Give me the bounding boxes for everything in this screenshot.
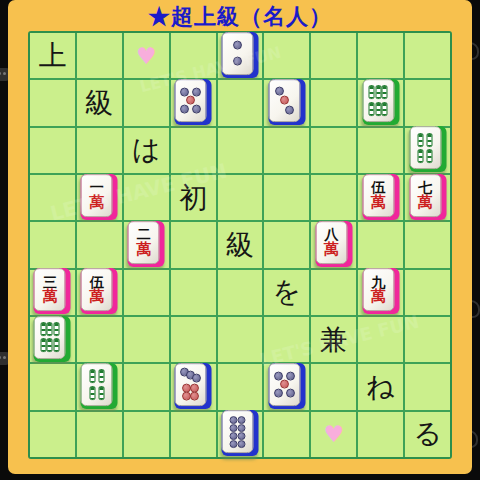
tile-face: 八萬 [315,221,347,264]
board-cell[interactable] [218,128,263,173]
board-cell[interactable] [30,364,75,409]
path-kanji: 兼 [311,317,356,362]
board-cell[interactable]: 初 [171,175,216,220]
mahjong-tile-4s[interactable] [81,363,118,409]
board-cell[interactable] [171,33,216,78]
board-cell[interactable] [311,33,356,78]
board-cell[interactable] [264,128,309,173]
board-cell[interactable]: る [405,412,450,457]
board-cell[interactable] [171,270,216,315]
board-cell[interactable] [171,222,216,267]
board-cell[interactable]: 九萬 [358,270,403,315]
board-cell[interactable] [358,33,403,78]
tile-face: 九萬 [362,268,394,311]
board-cell[interactable] [171,364,216,409]
puzzle-card: ★超上級（名人） 上♥級は一萬初伍萬七萬二萬級八萬三萬伍萬を九萬兼ね♥る LET… [8,0,472,474]
path-kanji: る [405,412,450,457]
mahjong-tile-6s[interactable] [362,79,399,125]
path-kanji: は [124,128,169,173]
tile-face: 一萬 [81,174,113,217]
mahjong-tile-8p[interactable] [221,410,258,456]
board-cell[interactable] [30,222,75,267]
board-cell[interactable]: 三萬 [30,270,75,315]
path-kanji: ね [358,364,403,409]
board-cell[interactable] [264,222,309,267]
board-cell[interactable]: 二萬 [124,222,169,267]
board-cell[interactable] [405,128,450,173]
board-cell[interactable] [124,317,169,362]
puzzle-title: ★超上級（名人） [8,2,472,32]
board-cell[interactable] [358,412,403,457]
board-cell[interactable] [405,80,450,125]
board-cell[interactable] [311,364,356,409]
board-cell[interactable] [77,364,122,409]
mahjong-tile-5m[interactable]: 伍萬 [81,268,118,314]
mahjong-tile-3p[interactable] [268,79,305,125]
board-cell[interactable]: ♥ [311,412,356,457]
board-cell[interactable]: 上 [30,33,75,78]
board-cell[interactable]: 兼 [311,317,356,362]
board-cell[interactable] [124,175,169,220]
board-cell[interactable]: 級 [77,80,122,125]
board-cell[interactable] [311,128,356,173]
board-cell[interactable] [358,128,403,173]
board-cell[interactable] [77,128,122,173]
board-cell[interactable] [218,33,263,78]
tile-face [409,126,441,169]
mahjong-tile-5m[interactable]: 伍萬 [362,174,399,220]
mahjong-tile-7m[interactable]: 七萬 [409,174,446,220]
board-cell[interactable] [124,270,169,315]
tile-face [221,32,253,75]
board-cell[interactable]: 伍萬 [358,175,403,220]
mahjong-tile-4s[interactable] [409,126,446,172]
board-cell[interactable] [30,80,75,125]
board-cell[interactable] [405,270,450,315]
heart-icon: ♥ [124,33,169,78]
tile-face: 七萬 [409,174,441,217]
mahjong-tile-2p[interactable] [221,32,258,78]
tile-face [34,316,66,359]
board-cell[interactable] [264,175,309,220]
tile-face: 二萬 [128,221,160,264]
path-kanji: 級 [77,80,122,125]
board-cell[interactable] [264,33,309,78]
board-cell[interactable]: 八萬 [311,222,356,267]
mahjong-tile-8m[interactable]: 八萬 [315,221,352,267]
board-cell[interactable] [264,364,309,409]
tile-face [81,363,113,406]
mahjong-tile-7p[interactable] [175,363,212,409]
board-cell[interactable]: は [124,128,169,173]
board-cell[interactable] [405,33,450,78]
heart-icon: ♥ [311,412,356,457]
tile-face: 伍萬 [81,268,113,311]
board-cell[interactable] [264,317,309,362]
board-cell[interactable] [77,317,122,362]
tile-face [268,79,300,122]
board-cell[interactable] [264,412,309,457]
tile-face [362,79,394,122]
board-cell[interactable] [218,80,263,125]
board-cell[interactable] [218,270,263,315]
board-cell[interactable]: 級 [218,222,263,267]
mahjong-tile-2m[interactable]: 二萬 [128,221,165,267]
board-cell[interactable] [264,80,309,125]
board-cell[interactable] [30,128,75,173]
board-cell[interactable] [405,364,450,409]
mahjong-tile-5p[interactable] [268,363,305,409]
tile-face [175,79,207,122]
board-cell[interactable] [218,412,263,457]
tile-face: 伍萬 [362,174,394,217]
tile-face [175,363,207,406]
board-cell[interactable] [405,222,450,267]
board-cell[interactable] [77,412,122,457]
tile-face [268,363,300,406]
board-cell[interactable] [171,317,216,362]
board-cell[interactable] [358,317,403,362]
board-cell[interactable] [30,317,75,362]
board-cell[interactable] [358,222,403,267]
mahjong-tile-1m[interactable]: 一萬 [81,174,118,220]
mahjong-tile-3m[interactable]: 三萬 [34,268,71,314]
board-cell[interactable] [30,412,75,457]
board-cell[interactable]: 七萬 [405,175,450,220]
board-cell[interactable] [171,80,216,125]
board-cell[interactable] [311,175,356,220]
board-cell[interactable] [171,412,216,457]
mahjong-tile-6s[interactable] [34,316,71,362]
board-cell[interactable] [405,317,450,362]
board-cell[interactable] [218,364,263,409]
path-kanji: を [264,270,309,315]
board-cell[interactable]: ね [358,364,403,409]
board-cell[interactable] [358,80,403,125]
tile-face: 三萬 [34,268,66,311]
board-cell[interactable] [311,80,356,125]
board-cell[interactable] [124,364,169,409]
path-kanji: 級 [218,222,263,267]
board-cell[interactable]: を [264,270,309,315]
board-cell[interactable] [124,412,169,457]
tile-face [221,410,253,453]
path-kanji: 上 [30,33,75,78]
board-cell[interactable] [77,222,122,267]
puzzle-board: 上♥級は一萬初伍萬七萬二萬級八萬三萬伍萬を九萬兼ね♥る [28,31,452,459]
board-cell[interactable] [171,128,216,173]
board-cell[interactable]: ♥ [124,33,169,78]
board-cell[interactable] [311,270,356,315]
board-cell[interactable] [218,317,263,362]
mahjong-tile-5p[interactable] [175,79,212,125]
board-cell[interactable] [124,80,169,125]
path-kanji: 初 [171,175,216,220]
board-cell[interactable] [30,175,75,220]
board-cell[interactable] [77,33,122,78]
board-cell[interactable]: 伍萬 [77,270,122,315]
mahjong-tile-9m[interactable]: 九萬 [362,268,399,314]
board-cell[interactable] [218,175,263,220]
board-cell[interactable]: 一萬 [77,175,122,220]
